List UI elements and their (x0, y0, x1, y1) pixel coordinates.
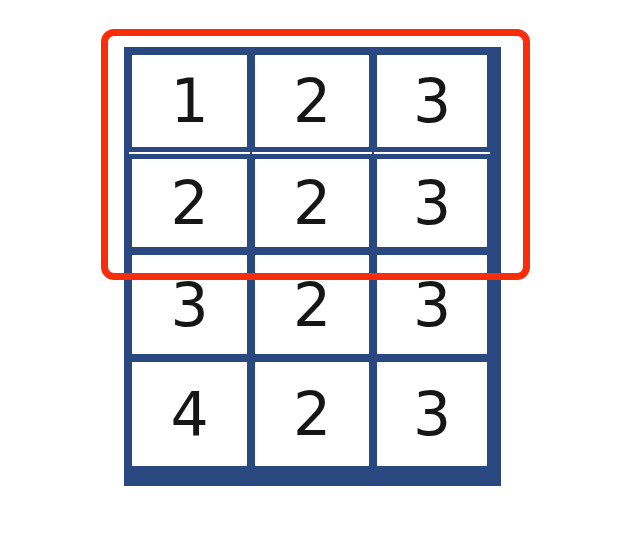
row-separator (129, 152, 250, 154)
grid-cell-r1c2: 2 (252, 52, 372, 150)
grid-cell-r3c2: 2 (252, 252, 372, 357)
row-separator (374, 152, 490, 154)
grid-cell-r2c3: 3 (374, 156, 490, 250)
grid-cell-r4c2: 2 (252, 359, 372, 469)
row-separator (252, 152, 372, 154)
canvas: 1 2 3 2 2 3 3 2 3 4 2 3 (0, 0, 641, 535)
grid-cell-r2c2: 2 (252, 156, 372, 250)
grid-cell-r4c3: 3 (374, 359, 490, 469)
number-grid: 1 2 3 2 2 3 3 2 3 4 2 3 (124, 47, 501, 486)
grid-cell-r3c1: 3 (129, 252, 250, 357)
grid-cell-r1c1: 1 (129, 52, 250, 150)
grid-cell-r4c1: 4 (129, 359, 250, 469)
grid-cell-r2c1: 2 (129, 156, 250, 250)
grid-cell-r3c3: 3 (374, 252, 490, 357)
grid-cell-r1c3: 3 (374, 52, 490, 150)
